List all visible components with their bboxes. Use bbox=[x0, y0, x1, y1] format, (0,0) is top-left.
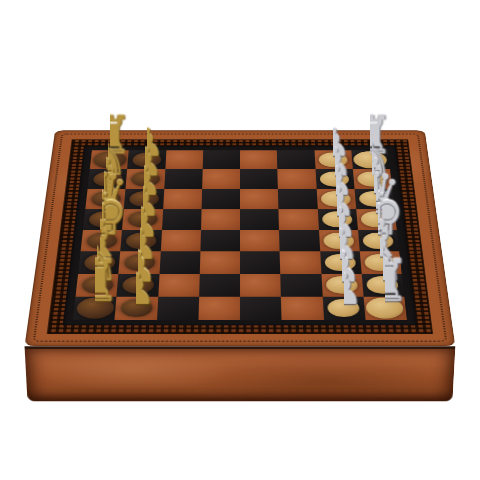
board-top-face: ♜♟♟♜♞♟♟♞♝♟♟♝♛♟♟♛♚♟♟♚♝♟♟♝♞♟♟♞♜♟♟♜ bbox=[25, 130, 456, 346]
chess-box-set: ♜♟♟♜♞♟♟♞♝♟♟♝♛♟♟♛♚♟♟♚♝♟♟♝♞♟♟♞♜♟♟♜ bbox=[25, 130, 456, 346]
photo-scene: ♜♟♟♜♞♟♟♞♝♟♟♝♛♟♟♛♚♟♟♚♝♟♟♝♞♟♟♞♜♟♟♜ bbox=[0, 0, 480, 480]
box-front-side bbox=[25, 346, 456, 401]
